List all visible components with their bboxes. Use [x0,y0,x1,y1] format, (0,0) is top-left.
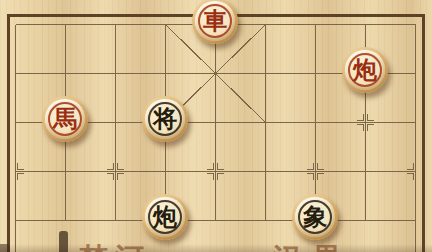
xiangqi-board: 車炮馬将炮象 楚河 汉界 [0,0,432,252]
piece-character: 車 [192,0,238,44]
piece-character: 象 [292,194,338,240]
piece-red-cannon[interactable]: 炮 [342,47,388,93]
piece-red-chariot[interactable]: 車 [192,0,238,44]
piece-character: 将 [142,96,188,142]
piece-black-general[interactable]: 将 [142,96,188,142]
piece-character: 馬 [42,96,88,142]
piece-red-horse[interactable]: 馬 [42,96,88,142]
piece-character: 炮 [142,194,188,240]
piece-black-cannon[interactable]: 炮 [142,194,188,240]
piece-black-elephant[interactable]: 象 [292,194,338,240]
piece-character: 炮 [342,47,388,93]
